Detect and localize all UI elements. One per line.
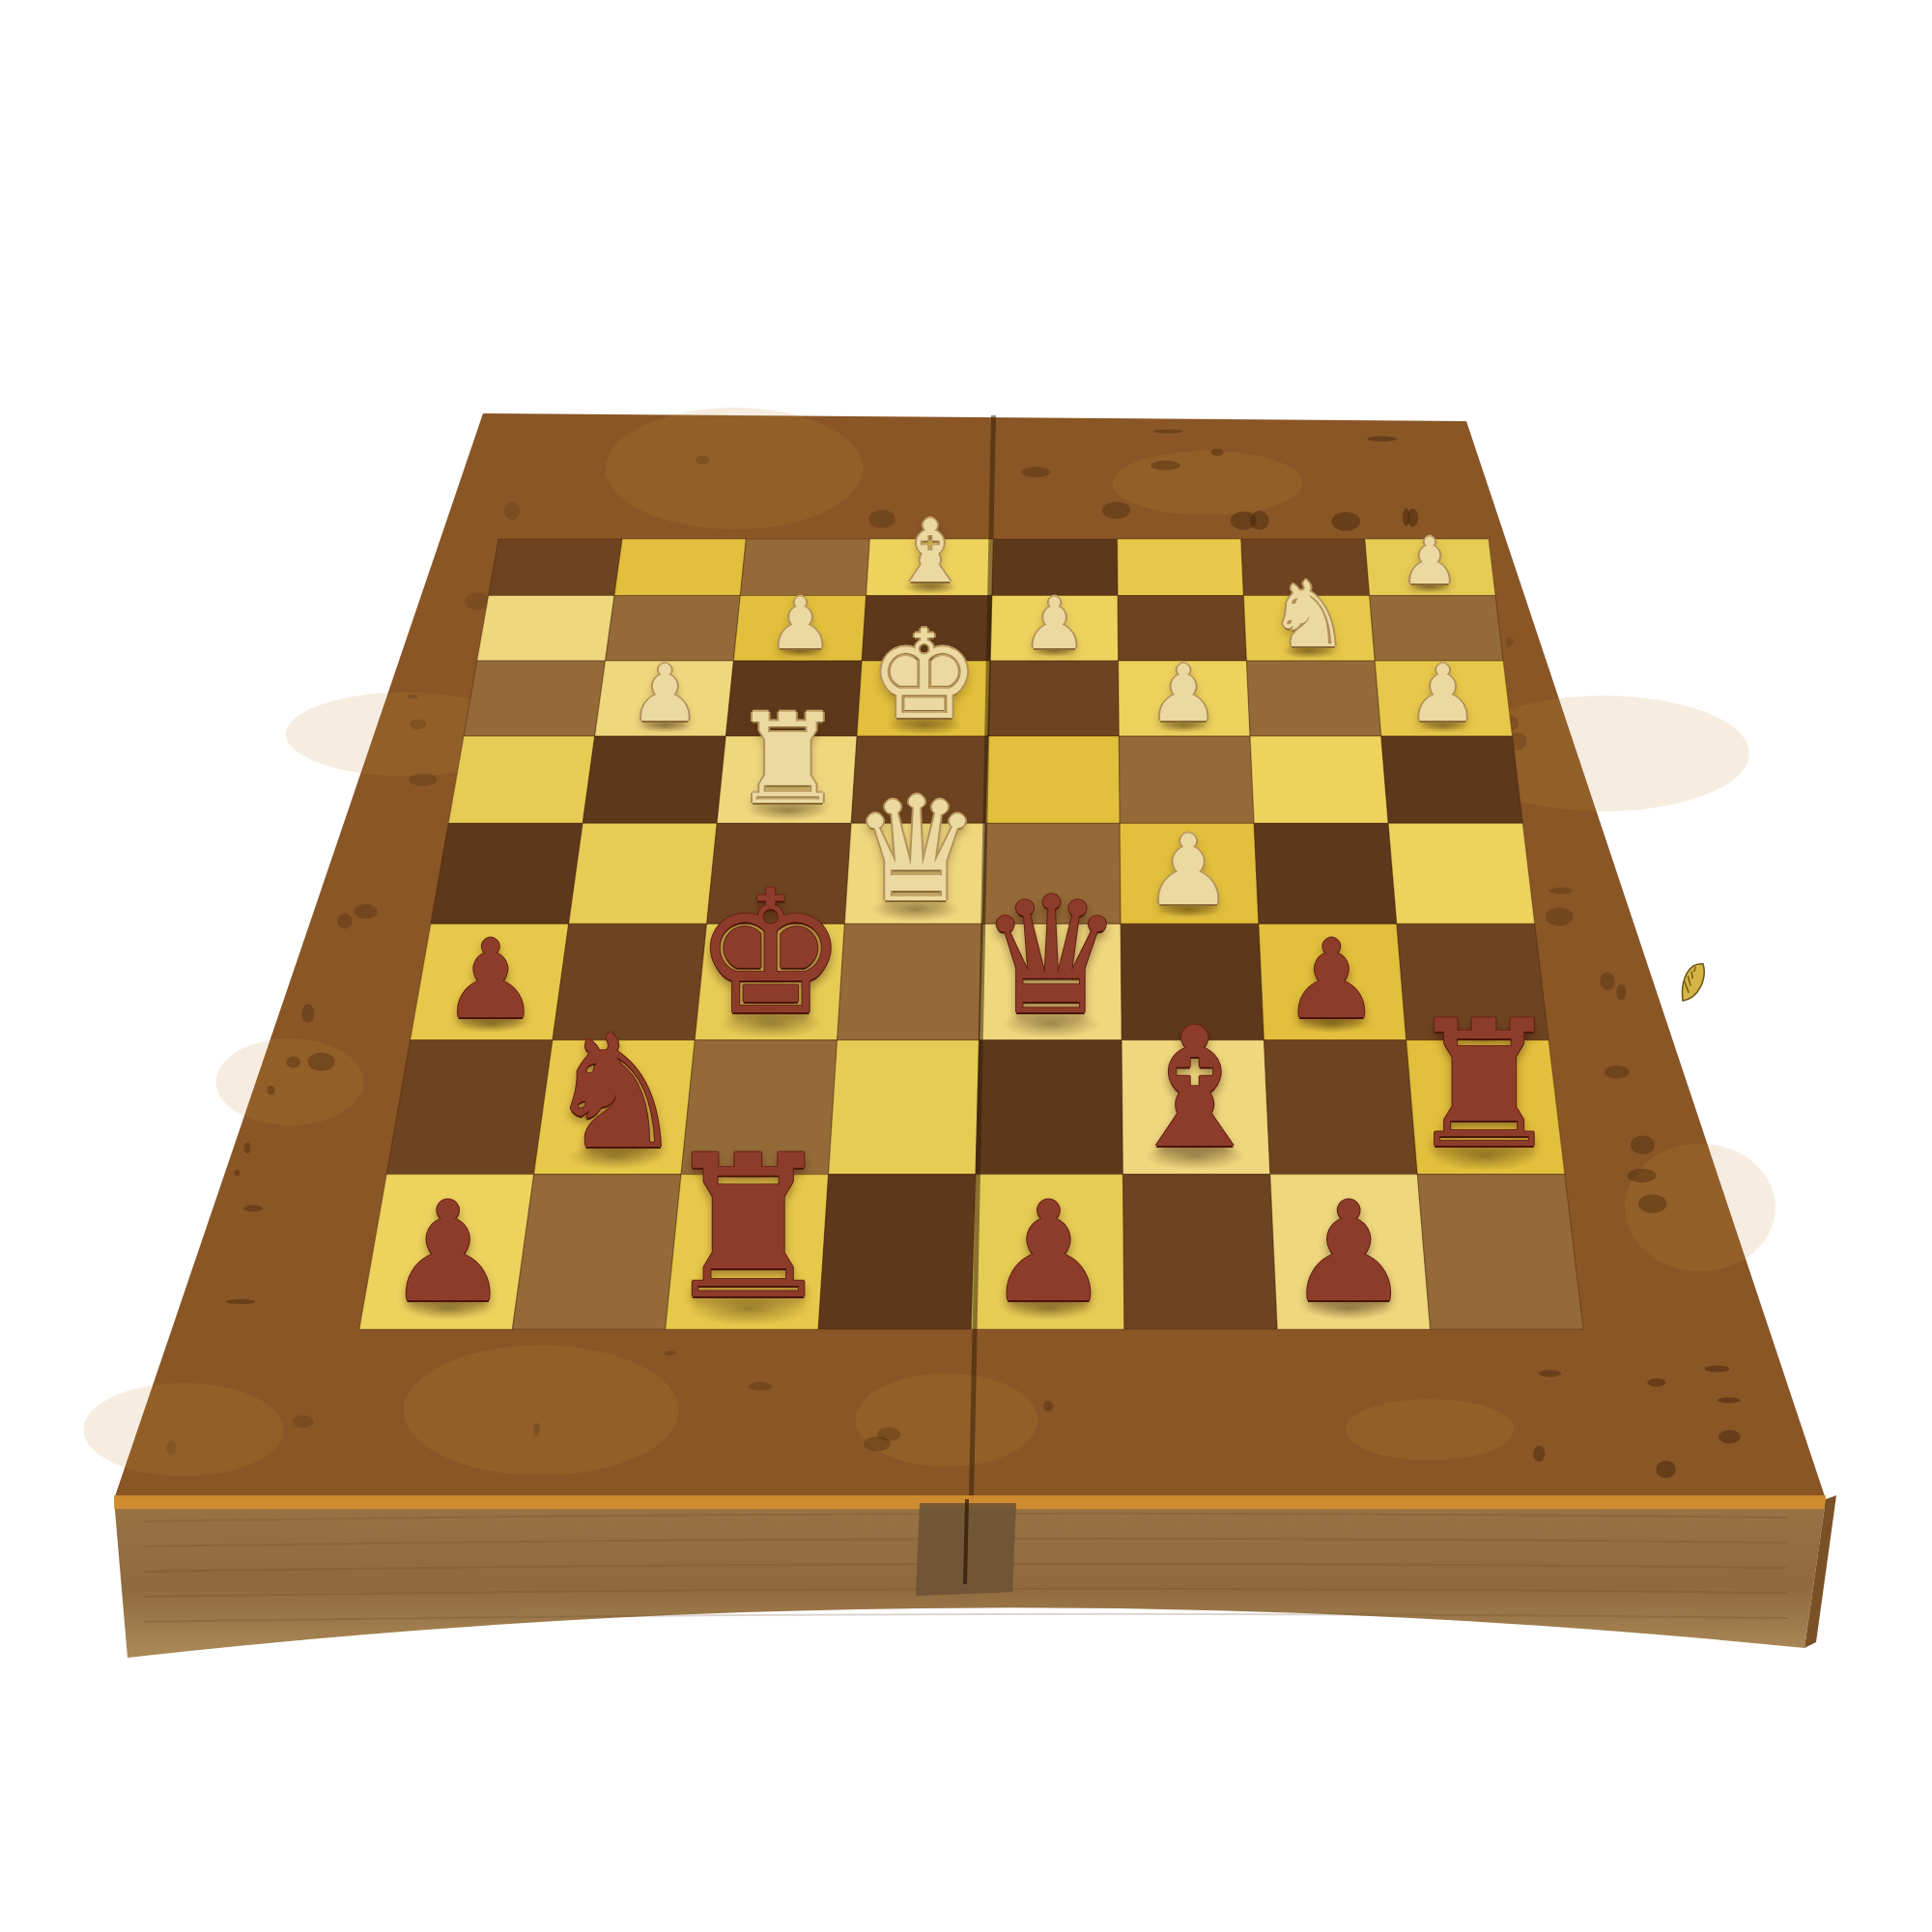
square-h1[interactable] (1417, 1175, 1583, 1329)
brass-latch (1670, 960, 1716, 1003)
burl-knot (1638, 1195, 1666, 1213)
burl-knot (234, 1170, 240, 1176)
piece-red-pawn-g3[interactable]: ♟ (1283, 925, 1380, 1035)
square-g2[interactable] (1264, 1040, 1418, 1175)
border-tone (215, 1038, 363, 1125)
square-a7[interactable] (477, 596, 614, 662)
piece-red-pawn-a3[interactable]: ♟ (441, 925, 539, 1035)
square-f8[interactable] (1118, 539, 1244, 596)
piece-cream-pawn-c7[interactable]: ♟ (769, 588, 833, 659)
burl-knot (1647, 1378, 1665, 1386)
square-a4[interactable] (431, 823, 582, 923)
square-a2[interactable] (386, 1040, 553, 1175)
piece-red-rook-h2[interactable]: ♜ (1406, 996, 1563, 1172)
piece-cream-knight-g7[interactable]: ♞ (1268, 570, 1350, 661)
piece-cream-pawn-h8[interactable]: ♟ (1401, 529, 1459, 593)
burl-knot (408, 694, 417, 698)
burl-knot (749, 1382, 772, 1391)
burl-knot (1616, 984, 1626, 1000)
burl-knot (504, 502, 521, 520)
square-g4[interactable] (1254, 823, 1397, 923)
border-tone (84, 1383, 284, 1477)
burl-knot (1151, 461, 1179, 470)
burl-knot (864, 1436, 891, 1451)
square-b8[interactable] (614, 539, 746, 596)
burl-knot (1656, 1461, 1676, 1478)
burl-knot (1628, 1169, 1657, 1182)
piece-cream-king-d6[interactable]: ♚ (869, 614, 980, 737)
piece-red-pawn-g1[interactable]: ♟ (1287, 1183, 1410, 1321)
burl-knot (337, 914, 352, 929)
burl-knot (1600, 973, 1614, 990)
piece-cream-queen-d4[interactable]: ♛ (851, 779, 980, 923)
border-tone (403, 1346, 678, 1476)
burl-knot (1533, 1446, 1545, 1462)
burl-knot (1705, 1366, 1729, 1373)
square-a8[interactable] (489, 539, 622, 596)
burl-knot (696, 456, 710, 465)
burl-knot (1718, 1398, 1741, 1404)
piece-cream-pawn-b6[interactable]: ♟ (630, 655, 700, 733)
burl-knot (409, 773, 437, 785)
square-h5[interactable] (1381, 736, 1523, 823)
square-e5[interactable] (985, 736, 1120, 823)
square-h4[interactable] (1388, 823, 1535, 923)
burl-knot (1546, 908, 1573, 926)
piece-red-bishop-f2[interactable]: ♝ (1121, 1006, 1269, 1172)
piece-cream-pawn-f6[interactable]: ♟ (1149, 655, 1219, 733)
burl-knot (1153, 429, 1182, 433)
piece-red-pawn-a1[interactable]: ♟ (386, 1183, 510, 1321)
border-tone (1346, 1399, 1514, 1460)
burl-knot (286, 1057, 300, 1068)
burl-knot (1539, 1370, 1561, 1377)
square-d2[interactable] (829, 1040, 980, 1175)
piece-red-pawn-e1[interactable]: ♟ (986, 1183, 1110, 1321)
square-f1[interactable] (1123, 1175, 1278, 1329)
piece-cream-pawn-f4[interactable]: ♟ (1145, 822, 1232, 920)
burl-knot (301, 1005, 314, 1023)
square-f5[interactable] (1119, 736, 1254, 823)
burl-knot (1043, 1401, 1053, 1411)
chessboard-box (0, 0, 1932, 1932)
burl-knot (465, 592, 489, 610)
burl-knot (1332, 512, 1361, 531)
burl-knot (1367, 437, 1396, 441)
burl-knot (1211, 448, 1224, 456)
border-tone (856, 1374, 1037, 1467)
burl-knot (243, 1205, 263, 1211)
square-d3[interactable] (838, 923, 983, 1039)
burl-knot (1250, 511, 1269, 529)
piece-cream-pawn-e7[interactable]: ♟ (1023, 588, 1087, 659)
border-tone (606, 408, 864, 529)
piece-red-rook-c1[interactable]: ♜ (660, 1128, 838, 1326)
square-e2[interactable] (976, 1040, 1123, 1175)
burl-knot (308, 1052, 335, 1070)
square-e6[interactable] (988, 661, 1120, 736)
burl-knot (293, 1415, 314, 1428)
burl-knot (1022, 467, 1050, 477)
square-a5[interactable] (448, 736, 595, 823)
burl-knot (1506, 637, 1514, 646)
piece-cream-bishop-d8[interactable]: ♝ (892, 509, 969, 596)
piece-red-queen-e3[interactable]: ♛ (979, 877, 1124, 1039)
fold-seam-front (965, 1499, 967, 1584)
burl-knot (1102, 501, 1130, 519)
burl-knot (533, 1423, 540, 1436)
border-tone (1113, 451, 1303, 516)
product-photo-scene: ♝♟♟♟♞♟♚♟♟♜♛♟♟♚♛♟♞♝♜♟♜♟♟ Hand-carved thuy… (0, 0, 1932, 1932)
square-b5[interactable] (582, 736, 725, 823)
burl-knot (1549, 888, 1572, 895)
burl-knot (664, 1350, 676, 1355)
square-d1[interactable] (818, 1175, 976, 1329)
square-g6[interactable] (1247, 661, 1381, 736)
burl-knot (1631, 1136, 1655, 1155)
burl-knot (355, 904, 378, 919)
piece-red-king-c3[interactable]: ♚ (695, 868, 848, 1039)
burl-knot (410, 720, 426, 729)
burl-knot (1605, 1065, 1630, 1079)
square-g5[interactable] (1250, 736, 1388, 823)
burl-knot (244, 1143, 251, 1154)
burl-knot (226, 1299, 255, 1304)
burl-knot (267, 1086, 274, 1095)
burl-knot (1719, 1430, 1740, 1443)
piece-cream-rook-c5[interactable]: ♜ (732, 698, 844, 823)
square-b1[interactable] (512, 1175, 681, 1329)
square-a6[interactable] (464, 661, 605, 736)
piece-cream-pawn-h6[interactable]: ♟ (1407, 655, 1478, 733)
burl-knot (166, 1440, 175, 1456)
